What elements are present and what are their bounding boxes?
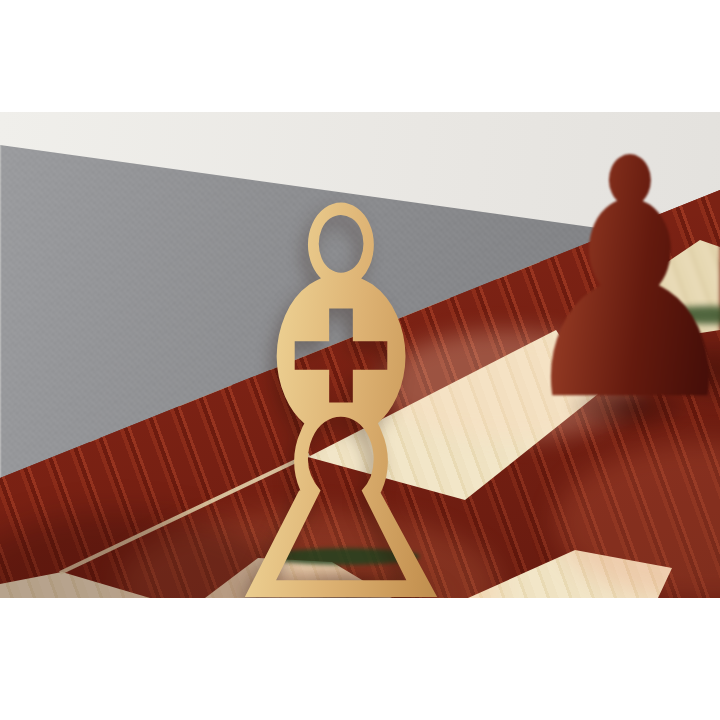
photo-canvas: ♗ ♟ ♗ bbox=[0, 0, 720, 720]
red-pawn-piece: ♟ bbox=[512, 116, 720, 446]
white-bishop-piece: ♗ bbox=[157, 140, 525, 598]
letterbox-bottom bbox=[0, 598, 720, 720]
photograph: ♗ ♟ ♗ bbox=[0, 112, 720, 598]
letterbox-top bbox=[0, 0, 720, 112]
